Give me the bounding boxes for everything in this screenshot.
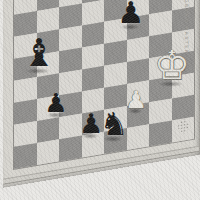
piece-white-pawn-e3-e3[interactable]: ♟ (125, 88, 147, 112)
piece-black-pawn-b3-b3[interactable]: ♟ (44, 90, 67, 116)
piece-black-bishop-a5[interactable]: ♝ (22, 34, 56, 72)
piece-black-pawn-f7-f7[interactable]: ♟ (118, 0, 145, 28)
piece-black-knight-d2[interactable]: ♞ (100, 108, 129, 140)
pieces-layer: ♝♟♚♟♟♞♟ (0, 0, 200, 200)
board-photo: GRAND MASTER ♝♟♚♟♟♞♟ (0, 0, 200, 200)
piece-white-king-h4[interactable]: ♚ (154, 45, 190, 85)
